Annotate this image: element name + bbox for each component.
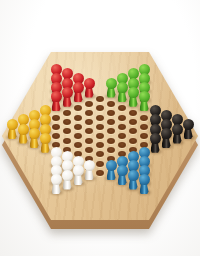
peg-body [85, 169, 94, 180]
board-hole[interactable] [52, 133, 60, 139]
peg-black[interactable] [161, 128, 172, 148]
board-hole[interactable] [107, 128, 115, 134]
peg-yellow[interactable] [40, 133, 51, 153]
peg-blue[interactable] [139, 174, 150, 194]
peg-white[interactable] [51, 174, 62, 194]
board-hole[interactable] [85, 128, 93, 134]
board-hole[interactable] [118, 105, 126, 111]
board-hole[interactable] [96, 161, 104, 167]
board-hole[interactable] [85, 110, 93, 116]
board-hole[interactable] [96, 133, 104, 139]
board-hole[interactable] [63, 138, 71, 144]
peg-head [106, 78, 117, 89]
peg-head [7, 119, 18, 130]
board-hole[interactable] [52, 124, 60, 130]
peg-yellow[interactable] [18, 124, 29, 144]
peg-green[interactable] [128, 87, 139, 107]
board-hole[interactable] [74, 115, 82, 121]
board-hole[interactable] [140, 115, 148, 121]
peg-head [84, 160, 95, 171]
peg-white[interactable] [73, 165, 84, 185]
peg-head [18, 124, 29, 135]
peg-head [51, 91, 62, 102]
peg-white[interactable] [62, 170, 73, 190]
peg-head [150, 133, 161, 144]
peg-head [128, 87, 139, 98]
peg-red[interactable] [62, 87, 73, 107]
peg-black[interactable] [150, 133, 161, 153]
board-hole[interactable] [96, 142, 104, 148]
board-cells-layer [2, 52, 198, 220]
board-hole[interactable] [118, 115, 126, 121]
peg-head [73, 82, 84, 93]
board-hole[interactable] [107, 147, 115, 153]
board-hole[interactable] [129, 119, 137, 125]
peg-head [62, 87, 73, 98]
peg-head [183, 119, 194, 130]
peg-head [172, 124, 183, 135]
peg-blue[interactable] [117, 165, 128, 185]
board-hole[interactable] [107, 138, 115, 144]
photo-backdrop [0, 0, 200, 256]
peg-head [117, 82, 128, 93]
peg-yellow[interactable] [29, 128, 40, 148]
peg-blue[interactable] [128, 170, 139, 190]
board-hole[interactable] [140, 133, 148, 139]
peg-green[interactable] [106, 78, 117, 98]
peg-green[interactable] [117, 82, 128, 102]
board-hole[interactable] [85, 138, 93, 144]
board-hole[interactable] [85, 119, 93, 125]
board-hole[interactable] [96, 151, 104, 157]
peg-head [84, 78, 95, 89]
peg-head [40, 133, 51, 144]
peg-head [117, 165, 128, 176]
peg-black[interactable] [183, 119, 194, 139]
board-hole[interactable] [107, 119, 115, 125]
peg-head [128, 170, 139, 181]
peg-white[interactable] [84, 160, 95, 180]
peg-head [139, 174, 150, 185]
board-hole[interactable] [96, 105, 104, 111]
peg-body [107, 169, 116, 180]
board-hole[interactable] [85, 147, 93, 153]
peg-head [51, 174, 62, 185]
board-hole[interactable] [129, 110, 137, 116]
board-hole[interactable] [107, 101, 115, 107]
board-hole[interactable] [63, 110, 71, 116]
board-hole[interactable] [118, 142, 126, 148]
peg-red[interactable] [73, 82, 84, 102]
peg-yellow[interactable] [7, 119, 18, 139]
board-hole[interactable] [63, 119, 71, 125]
board-hole[interactable] [96, 96, 104, 102]
board-hole[interactable] [74, 105, 82, 111]
board-hole[interactable] [118, 124, 126, 130]
peg-body [52, 100, 61, 111]
board-hole[interactable] [85, 101, 93, 107]
board-hole[interactable] [96, 115, 104, 121]
chinese-checkers-board [2, 52, 198, 230]
board-hole[interactable] [107, 110, 115, 116]
peg-green[interactable] [139, 91, 150, 111]
board-hole[interactable] [118, 133, 126, 139]
board-hole[interactable] [129, 128, 137, 134]
peg-head [29, 128, 40, 139]
peg-head [73, 165, 84, 176]
board-hole[interactable] [74, 133, 82, 139]
peg-red[interactable] [51, 91, 62, 111]
peg-head [106, 160, 117, 171]
board-hole[interactable] [96, 124, 104, 130]
board-hole[interactable] [96, 170, 104, 176]
board-hole[interactable] [74, 124, 82, 130]
peg-head [161, 128, 172, 139]
peg-blue[interactable] [106, 160, 117, 180]
board-hole[interactable] [52, 115, 60, 121]
peg-head [139, 91, 150, 102]
board-hole[interactable] [74, 142, 82, 148]
board-hole[interactable] [129, 138, 137, 144]
peg-head [62, 170, 73, 181]
peg-red[interactable] [84, 78, 95, 98]
board-hole[interactable] [140, 124, 148, 130]
peg-black[interactable] [172, 124, 183, 144]
peg-body [140, 100, 149, 111]
board-hole[interactable] [63, 128, 71, 134]
